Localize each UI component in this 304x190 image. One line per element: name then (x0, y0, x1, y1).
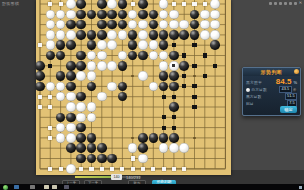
go-board[interactable] (36, 0, 231, 175)
white-stone[interactable] (66, 123, 76, 133)
taskbar-app-icon[interactable] (30, 185, 35, 189)
black-stone[interactable] (118, 0, 128, 9)
window-title: 野狐围棋 (2, 1, 19, 6)
white-score-value: 43.5 (279, 86, 291, 93)
black-stone[interactable] (159, 133, 169, 143)
black-stone[interactable] (179, 61, 189, 71)
black-stone[interactable] (76, 30, 86, 40)
confirm-button[interactable]: 确定 (280, 106, 297, 113)
black-stone[interactable] (66, 113, 76, 123)
black-territory-mark[interactable] (172, 43, 176, 47)
white-stone[interactable] (46, 10, 56, 20)
white-territory-mark[interactable] (79, 167, 83, 171)
white-stone[interactable] (159, 61, 169, 71)
white-stone[interactable] (107, 61, 117, 71)
white-stone[interactable] (138, 40, 148, 50)
taskbar-app-icon[interactable] (14, 185, 19, 189)
black-stone[interactable] (210, 40, 220, 50)
white-territory-mark[interactable] (131, 167, 135, 171)
winrate-row: 黑方胜率 84.5 % (243, 76, 300, 86)
white-stone[interactable] (210, 0, 220, 9)
black-score-row: 黑方目数 51.5 (243, 93, 300, 100)
white-stone[interactable] (210, 30, 220, 40)
black-stone[interactable] (169, 71, 179, 81)
black-stone[interactable] (76, 61, 86, 71)
black-stone[interactable] (128, 30, 138, 40)
black-stone[interactable] (87, 133, 97, 143)
white-stone[interactable] (97, 92, 107, 102)
black-stone[interactable] (138, 10, 148, 20)
black-stone[interactable] (179, 30, 189, 40)
black-stone[interactable] (118, 61, 128, 71)
maximize-icon[interactable] (294, 2, 297, 5)
white-stone[interactable] (46, 30, 56, 40)
komi-label: 贴目 (246, 101, 254, 106)
black-territory-mark[interactable] (172, 126, 176, 130)
white-stone[interactable] (118, 30, 128, 40)
white-territory-mark[interactable] (172, 167, 176, 171)
black-stone[interactable] (36, 71, 45, 81)
white-stone[interactable] (169, 10, 179, 20)
position-judgment-dialog: 形势判断 黑方胜率 84.5 % 白方目数 43.5 黑方目数 51.5 贴目 … (242, 67, 301, 116)
black-territory-mark[interactable] (172, 115, 176, 119)
white-stone[interactable] (107, 0, 117, 9)
white-territory-mark[interactable] (131, 156, 135, 160)
white-stone[interactable] (56, 30, 66, 40)
white-territory-mark[interactable] (38, 105, 42, 109)
black-stone[interactable] (76, 143, 86, 153)
black-stone[interactable] (190, 30, 200, 40)
winrate-unit: % (293, 80, 297, 85)
white-stone[interactable] (76, 102, 86, 112)
taskbar-window-thumb[interactable] (44, 185, 49, 189)
white-territory-mark[interactable] (141, 167, 145, 171)
black-stone[interactable] (66, 82, 76, 92)
start-button[interactable] (3, 185, 8, 190)
white-territory-mark[interactable] (151, 167, 155, 171)
winrate-value: 84.5 (276, 77, 292, 86)
white-territory-mark[interactable] (172, 2, 176, 6)
minimize-icon[interactable] (289, 2, 292, 5)
white-stone[interactable] (107, 82, 117, 92)
black-territory-mark[interactable] (172, 95, 176, 99)
white-territory-mark[interactable] (120, 167, 124, 171)
black-territory-mark[interactable] (213, 64, 217, 68)
white-stone[interactable] (149, 40, 159, 50)
white-score-label: 白方目数 (252, 87, 267, 92)
dialog-titlebar[interactable]: 形势判断 (243, 68, 300, 76)
black-stone[interactable] (97, 154, 107, 164)
screen: { "window": { "title": "野狐围棋", "close_la… (0, 0, 304, 190)
white-territory-mark[interactable] (48, 105, 52, 109)
white-stone[interactable] (138, 30, 148, 40)
black-stone[interactable] (138, 143, 148, 153)
star-point (131, 137, 134, 140)
close-icon[interactable]: ✕ (299, 1, 302, 5)
black-stone[interactable] (149, 133, 159, 143)
winrate-label: 黑方胜率 (246, 80, 262, 85)
black-territory-mark[interactable] (192, 84, 196, 88)
white-stone[interactable] (66, 10, 76, 20)
black-territory-mark[interactable] (203, 74, 207, 78)
dialog-title: 形势判断 (261, 69, 283, 75)
white-territory-mark[interactable] (38, 43, 42, 47)
toolbar-icon[interactable] (279, 2, 282, 5)
white-stone[interactable] (46, 40, 56, 50)
black-stone[interactable] (36, 61, 45, 71)
move-counter: 140/231 (126, 175, 140, 180)
white-stone[interactable] (87, 61, 97, 71)
white-stone[interactable] (200, 10, 210, 20)
black-stone[interactable] (76, 10, 86, 20)
white-score-row: 白方目数 43.5 (243, 86, 300, 93)
white-stone[interactable] (107, 30, 117, 40)
black-territory-mark[interactable] (48, 64, 52, 68)
black-stone[interactable] (107, 154, 117, 164)
white-stone[interactable] (97, 40, 107, 50)
white-stone[interactable] (66, 102, 76, 112)
white-stone[interactable] (210, 10, 220, 20)
black-territory-mark[interactable] (192, 95, 196, 99)
white-stone[interactable] (97, 51, 107, 61)
black-stone[interactable] (76, 133, 86, 143)
move-slider-handle[interactable]: 140 (111, 174, 122, 180)
white-stone[interactable] (107, 40, 117, 50)
white-stone[interactable] (169, 143, 179, 153)
white-stone[interactable] (138, 20, 148, 30)
fox-logo-icon (294, 69, 299, 74)
white-stone[interactable] (87, 102, 97, 112)
white-stone[interactable] (138, 154, 148, 164)
black-score-value: 51.5 (285, 93, 297, 100)
black-stone[interactable] (159, 30, 169, 40)
black-stone[interactable] (66, 71, 76, 81)
black-stone[interactable] (97, 0, 107, 9)
white-stone[interactable] (179, 143, 189, 153)
black-stone[interactable] (97, 30, 107, 40)
white-territory-mark[interactable] (48, 136, 52, 140)
black-stone[interactable] (36, 82, 45, 92)
white-stone[interactable] (76, 113, 86, 123)
black-stone[interactable] (149, 10, 159, 20)
white-stone[interactable] (169, 61, 179, 71)
black-stone[interactable] (149, 30, 159, 40)
white-stone[interactable] (97, 61, 107, 71)
black-stone-icon (293, 88, 297, 92)
black-stone[interactable] (97, 143, 107, 153)
black-territory-mark[interactable] (192, 105, 196, 109)
windows-taskbar (0, 184, 304, 190)
black-stone[interactable] (138, 51, 148, 61)
white-territory-mark[interactable] (48, 126, 52, 130)
white-stone[interactable] (76, 71, 86, 81)
black-stone[interactable] (169, 51, 179, 61)
last-move-marker (172, 64, 175, 67)
black-stone[interactable] (66, 143, 76, 153)
black-territory-mark[interactable] (162, 115, 166, 119)
black-stone[interactable] (97, 20, 107, 30)
black-territory-mark[interactable] (182, 53, 186, 57)
white-territory-mark[interactable] (182, 167, 186, 171)
system-tray-icon[interactable] (299, 186, 302, 189)
black-territory-mark[interactable] (162, 126, 166, 130)
white-stone[interactable] (56, 133, 66, 143)
white-territory-mark[interactable] (203, 2, 207, 6)
move-slider-fill (75, 176, 113, 178)
white-stone[interactable] (66, 92, 76, 102)
white-stone[interactable] (66, 30, 76, 40)
white-territory-mark[interactable] (89, 167, 93, 171)
white-stone[interactable] (138, 71, 148, 81)
black-territory-mark[interactable] (203, 53, 207, 57)
black-stone[interactable] (87, 30, 97, 40)
white-stone[interactable] (66, 0, 76, 9)
black-stone[interactable] (66, 40, 76, 50)
black-territory-mark[interactable] (182, 74, 186, 78)
left-panel-background (0, 0, 36, 184)
black-stone[interactable] (107, 10, 117, 20)
black-stone[interactable] (169, 133, 179, 143)
white-stone[interactable] (169, 20, 179, 30)
white-stone[interactable] (200, 30, 210, 40)
white-territory-mark[interactable] (110, 167, 114, 171)
black-stone[interactable] (66, 20, 76, 30)
black-stone[interactable] (169, 30, 179, 40)
black-territory-mark[interactable] (182, 84, 186, 88)
white-stone[interactable] (87, 71, 97, 81)
black-territory-mark[interactable] (192, 43, 196, 47)
white-territory-mark[interactable] (100, 167, 104, 171)
black-score-label: 黑方目数 (246, 94, 261, 99)
toolbar-icon[interactable] (284, 2, 287, 5)
window-controls: ✕ (269, 1, 302, 5)
white-territory-mark[interactable] (59, 2, 63, 6)
black-stone[interactable] (169, 82, 179, 92)
white-territory-mark[interactable] (48, 2, 52, 6)
black-territory-mark[interactable] (162, 95, 166, 99)
white-stone[interactable] (66, 133, 76, 143)
black-stone[interactable] (66, 61, 76, 71)
black-stone[interactable] (138, 0, 148, 9)
white-stone-icon (246, 88, 250, 92)
white-territory-mark[interactable] (182, 2, 186, 6)
toolbar-icon[interactable] (274, 2, 277, 5)
black-stone[interactable] (138, 133, 148, 143)
white-territory-mark[interactable] (48, 167, 52, 171)
black-stone[interactable] (97, 10, 107, 20)
taskbar-app-icon[interactable] (64, 185, 69, 189)
star-point (193, 137, 196, 140)
white-territory-mark[interactable] (59, 167, 63, 171)
black-stone[interactable] (169, 102, 179, 112)
black-stone[interactable] (76, 0, 86, 9)
white-territory-mark[interactable] (38, 95, 42, 99)
white-territory-mark[interactable] (48, 95, 52, 99)
taskbar-window-thumb[interactable] (52, 185, 57, 189)
white-territory-mark[interactable] (131, 2, 135, 6)
black-territory-mark[interactable] (192, 64, 196, 68)
white-stone[interactable] (200, 20, 210, 30)
white-territory-mark[interactable] (192, 2, 196, 6)
white-stone[interactable] (66, 164, 76, 174)
white-territory-mark[interactable] (162, 167, 166, 171)
toolbar-icon[interactable] (269, 2, 272, 5)
